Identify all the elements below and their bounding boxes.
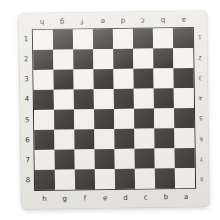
- rank-label-right-1: 1: [198, 34, 202, 40]
- file-label-bottom-g: g: [62, 195, 67, 202]
- square-h6: [34, 130, 54, 150]
- square-d1: [113, 29, 133, 49]
- square-g5: [54, 110, 74, 130]
- rank-label-left-7: 7: [25, 157, 30, 164]
- square-g2: [53, 50, 73, 70]
- square-b8: [155, 168, 175, 188]
- square-g4: [54, 90, 74, 110]
- square-b5: [154, 108, 174, 128]
- board-layout: hgfedcba 12345678 12345678 hgfedcba: [20, 12, 209, 208]
- square-f4: [74, 89, 94, 109]
- rank-label-left-2: 2: [24, 56, 29, 63]
- square-f3: [73, 69, 93, 89]
- square-d7: [115, 149, 135, 169]
- square-e3: [93, 69, 113, 89]
- square-f2: [73, 49, 93, 69]
- file-label-bottom-d: d: [123, 194, 128, 201]
- square-d4: [114, 89, 134, 109]
- square-c4: [134, 88, 154, 108]
- file-label-top-f: f: [81, 17, 84, 24]
- square-d3: [113, 69, 133, 89]
- square-g3: [53, 70, 73, 90]
- square-a7: [175, 148, 195, 168]
- square-b7: [155, 148, 175, 168]
- square-d2: [113, 49, 133, 69]
- square-e2: [93, 49, 113, 69]
- rank-label-right-8: 8: [200, 176, 204, 182]
- square-h1: [33, 30, 53, 50]
- vinyl-chess-mat: hgfedcba 12345678 12345678 hgfedcba: [19, 11, 210, 210]
- square-g6: [54, 130, 74, 150]
- square-h4: [34, 90, 54, 110]
- square-b1: [153, 28, 173, 48]
- file-label-top-a: a: [181, 16, 185, 23]
- square-c8: [135, 168, 155, 188]
- square-c3: [133, 68, 153, 88]
- file-label-top-e: e: [100, 17, 104, 24]
- file-label-top-h: h: [40, 18, 45, 25]
- rank-label-right-7: 7: [200, 156, 204, 162]
- square-f1: [73, 29, 93, 49]
- file-label-bottom-b: b: [164, 194, 169, 201]
- file-label-top-g: g: [60, 18, 65, 25]
- square-c5: [134, 108, 154, 128]
- square-a1: [173, 28, 193, 48]
- file-label-bottom-c: c: [144, 194, 148, 201]
- square-f6: [74, 129, 94, 149]
- rank-label-right-4: 4: [199, 95, 203, 101]
- square-f8: [75, 169, 95, 189]
- file-label-top-d: d: [121, 17, 126, 24]
- square-d6: [114, 129, 134, 149]
- rank-label-left-3: 3: [24, 76, 29, 83]
- square-h5: [34, 110, 54, 130]
- square-a4: [174, 88, 194, 108]
- square-d8: [115, 169, 135, 189]
- rank-label-right-2: 2: [198, 54, 202, 60]
- square-e4: [94, 89, 114, 109]
- square-e5: [94, 109, 114, 129]
- square-c1: [133, 28, 153, 48]
- square-a3: [173, 68, 193, 88]
- rank-label-left-8: 8: [26, 178, 31, 185]
- square-c2: [133, 48, 153, 68]
- square-c6: [134, 128, 154, 148]
- rank-label-left-4: 4: [25, 97, 30, 104]
- square-g1: [53, 30, 73, 50]
- square-b6: [154, 128, 174, 148]
- rank-label-left-5: 5: [25, 117, 30, 124]
- square-h7: [35, 150, 55, 170]
- square-b3: [153, 68, 173, 88]
- board-grid: [32, 27, 196, 191]
- rank-label-right-3: 3: [199, 75, 203, 81]
- file-label-bottom-a: a: [184, 193, 188, 200]
- product-photo: hgfedcba 12345678 12345678 hgfedcba: [0, 0, 220, 220]
- rank-label-left-1: 1: [24, 36, 29, 43]
- rank-label-right-5: 5: [199, 115, 203, 121]
- square-e8: [95, 169, 115, 189]
- file-label-bottom-h: h: [42, 195, 47, 202]
- square-d5: [114, 109, 134, 129]
- square-e1: [93, 29, 113, 49]
- square-h8: [35, 170, 55, 190]
- rank-label-right-6: 6: [200, 135, 204, 141]
- rank-label-left-6: 6: [25, 137, 30, 144]
- square-f5: [74, 109, 94, 129]
- files-bottom: hgfedcba: [34, 189, 196, 207]
- square-b2: [153, 48, 173, 68]
- square-g8: [55, 170, 75, 190]
- square-e7: [95, 149, 115, 169]
- file-label-bottom-e: e: [103, 195, 107, 202]
- square-e6: [94, 129, 114, 149]
- square-h2: [33, 50, 53, 70]
- square-h3: [33, 70, 53, 90]
- ranks-right: 12345678: [194, 27, 208, 189]
- square-g7: [55, 150, 75, 170]
- square-c7: [135, 148, 155, 168]
- file-label-bottom-f: f: [84, 195, 87, 202]
- file-label-top-b: b: [161, 16, 166, 23]
- square-a5: [174, 108, 194, 128]
- square-f7: [75, 149, 95, 169]
- square-a6: [174, 128, 194, 148]
- square-a8: [175, 168, 195, 188]
- file-label-top-c: c: [141, 17, 145, 24]
- square-b4: [154, 88, 174, 108]
- square-a2: [173, 48, 193, 68]
